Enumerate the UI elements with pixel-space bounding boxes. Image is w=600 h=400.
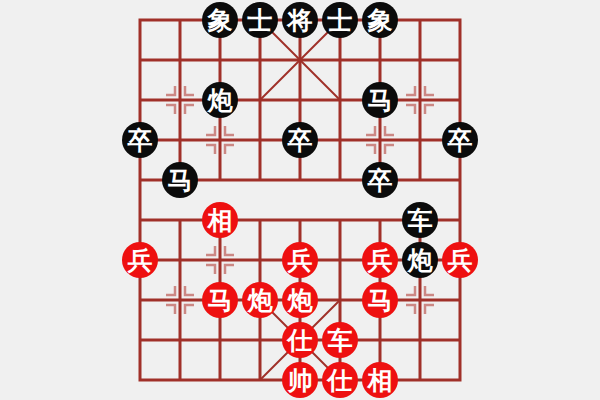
piece-black-general[interactable]: 将	[282, 2, 318, 38]
piece-black-horse[interactable]: 马	[362, 82, 398, 118]
point-1-1[interactable]	[160, 40, 200, 80]
point-3-5[interactable]	[240, 200, 280, 240]
point-7-9[interactable]	[400, 360, 440, 400]
point-2-7[interactable]: 马	[200, 280, 240, 320]
point-0-3[interactable]: 卒	[120, 120, 160, 160]
point-6-6[interactable]: 兵	[360, 240, 400, 280]
point-8-8[interactable]	[440, 320, 480, 360]
piece-black-cannon[interactable]: 炮	[402, 242, 438, 278]
point-1-9[interactable]	[160, 360, 200, 400]
point-6-4[interactable]: 卒	[360, 160, 400, 200]
point-7-3[interactable]	[400, 120, 440, 160]
piece-black-elephant[interactable]: 象	[362, 2, 398, 38]
point-3-6[interactable]	[240, 240, 280, 280]
piece-red-elephant[interactable]: 相	[362, 362, 398, 398]
point-1-6[interactable]	[160, 240, 200, 280]
point-0-1[interactable]	[120, 40, 160, 80]
point-7-8[interactable]	[400, 320, 440, 360]
point-1-0[interactable]	[160, 0, 200, 40]
point-3-1[interactable]	[240, 40, 280, 80]
piece-red-soldier[interactable]: 兵	[362, 242, 398, 278]
point-2-0[interactable]: 象	[200, 0, 240, 40]
point-2-5[interactable]: 相	[200, 200, 240, 240]
piece-black-elephant[interactable]: 象	[202, 2, 238, 38]
point-3-7[interactable]: 炮	[240, 280, 280, 320]
point-7-1[interactable]	[400, 40, 440, 80]
xiangqi-board: 象士将士象炮马卒卒卒马卒相车兵兵兵炮兵马炮炮马仕车帅仕相	[0, 0, 600, 400]
point-7-6[interactable]: 炮	[400, 240, 440, 280]
point-2-9[interactable]	[200, 360, 240, 400]
point-5-9[interactable]: 仕	[320, 360, 360, 400]
point-1-2[interactable]	[160, 80, 200, 120]
point-2-4[interactable]	[200, 160, 240, 200]
point-6-5[interactable]	[360, 200, 400, 240]
point-2-6[interactable]	[200, 240, 240, 280]
piece-red-horse[interactable]: 马	[202, 282, 238, 318]
point-1-8[interactable]	[160, 320, 200, 360]
point-4-6[interactable]: 兵	[280, 240, 320, 280]
point-1-3[interactable]	[160, 120, 200, 160]
point-5-3[interactable]	[320, 120, 360, 160]
point-8-7[interactable]	[440, 280, 480, 320]
point-0-5[interactable]	[120, 200, 160, 240]
point-5-0[interactable]: 士	[320, 0, 360, 40]
piece-black-advisor[interactable]: 士	[322, 2, 358, 38]
point-0-2[interactable]	[120, 80, 160, 120]
point-6-3[interactable]	[360, 120, 400, 160]
point-1-7[interactable]	[160, 280, 200, 320]
point-6-2[interactable]: 马	[360, 80, 400, 120]
piece-red-soldier[interactable]: 兵	[282, 242, 318, 278]
point-8-5[interactable]	[440, 200, 480, 240]
point-4-3[interactable]: 卒	[280, 120, 320, 160]
piece-black-horse[interactable]: 马	[162, 162, 198, 198]
piece-red-soldier[interactable]: 兵	[122, 242, 158, 278]
piece-black-soldier[interactable]: 卒	[122, 122, 158, 158]
point-2-2[interactable]: 炮	[200, 80, 240, 120]
point-7-0[interactable]	[400, 0, 440, 40]
point-0-0[interactable]	[120, 0, 160, 40]
point-7-5[interactable]: 车	[400, 200, 440, 240]
point-6-9[interactable]: 相	[360, 360, 400, 400]
point-7-2[interactable]	[400, 80, 440, 120]
point-3-0[interactable]: 士	[240, 0, 280, 40]
point-4-5[interactable]	[280, 200, 320, 240]
point-3-2[interactable]	[240, 80, 280, 120]
point-5-2[interactable]	[320, 80, 360, 120]
piece-black-soldier[interactable]: 卒	[282, 122, 318, 158]
point-6-1[interactable]	[360, 40, 400, 80]
point-2-1[interactable]	[200, 40, 240, 80]
point-8-1[interactable]	[440, 40, 480, 80]
point-8-2[interactable]	[440, 80, 480, 120]
point-7-7[interactable]	[400, 280, 440, 320]
point-4-0[interactable]: 将	[280, 0, 320, 40]
point-8-6[interactable]: 兵	[440, 240, 480, 280]
point-6-8[interactable]	[360, 320, 400, 360]
piece-red-cannon[interactable]: 炮	[242, 282, 278, 318]
point-7-4[interactable]	[400, 160, 440, 200]
point-1-5[interactable]	[160, 200, 200, 240]
piece-red-cannon[interactable]: 炮	[282, 282, 318, 318]
point-0-7[interactable]	[120, 280, 160, 320]
point-2-3[interactable]	[200, 120, 240, 160]
point-0-8[interactable]	[120, 320, 160, 360]
piece-black-chariot[interactable]: 车	[402, 202, 438, 238]
point-5-7[interactable]	[320, 280, 360, 320]
point-6-7[interactable]: 马	[360, 280, 400, 320]
point-6-0[interactable]: 象	[360, 0, 400, 40]
point-8-0[interactable]	[440, 0, 480, 40]
point-8-3[interactable]: 卒	[440, 120, 480, 160]
point-5-5[interactable]	[320, 200, 360, 240]
point-4-4[interactable]	[280, 160, 320, 200]
piece-black-cannon[interactable]: 炮	[202, 82, 238, 118]
point-4-1[interactable]	[280, 40, 320, 80]
point-3-4[interactable]	[240, 160, 280, 200]
piece-black-advisor[interactable]: 士	[242, 2, 278, 38]
point-0-4[interactable]	[120, 160, 160, 200]
point-1-4[interactable]: 马	[160, 160, 200, 200]
piece-red-advisor[interactable]: 仕	[282, 322, 318, 358]
piece-red-advisor[interactable]: 仕	[322, 362, 358, 398]
point-2-8[interactable]	[200, 320, 240, 360]
point-4-9[interactable]: 帅	[280, 360, 320, 400]
piece-red-horse[interactable]: 马	[362, 282, 398, 318]
piece-black-soldier[interactable]: 卒	[442, 122, 478, 158]
point-5-6[interactable]	[320, 240, 360, 280]
point-4-8[interactable]: 仕	[280, 320, 320, 360]
point-3-8[interactable]	[240, 320, 280, 360]
point-3-3[interactable]	[240, 120, 280, 160]
point-4-2[interactable]	[280, 80, 320, 120]
point-0-9[interactable]	[120, 360, 160, 400]
piece-red-general[interactable]: 帅	[282, 362, 318, 398]
point-4-7[interactable]: 炮	[280, 280, 320, 320]
point-3-9[interactable]	[240, 360, 280, 400]
piece-red-chariot[interactable]: 车	[322, 322, 358, 358]
piece-red-elephant[interactable]: 相	[202, 202, 238, 238]
board-grid: 象士将士象炮马卒卒卒马卒相车兵兵兵炮兵马炮炮马仕车帅仕相	[120, 0, 480, 400]
point-5-8[interactable]: 车	[320, 320, 360, 360]
point-0-6[interactable]: 兵	[120, 240, 160, 280]
point-5-1[interactable]	[320, 40, 360, 80]
piece-red-soldier[interactable]: 兵	[442, 242, 478, 278]
piece-black-soldier[interactable]: 卒	[362, 162, 398, 198]
point-8-4[interactable]	[440, 160, 480, 200]
point-5-4[interactable]	[320, 160, 360, 200]
point-8-9[interactable]	[440, 360, 480, 400]
